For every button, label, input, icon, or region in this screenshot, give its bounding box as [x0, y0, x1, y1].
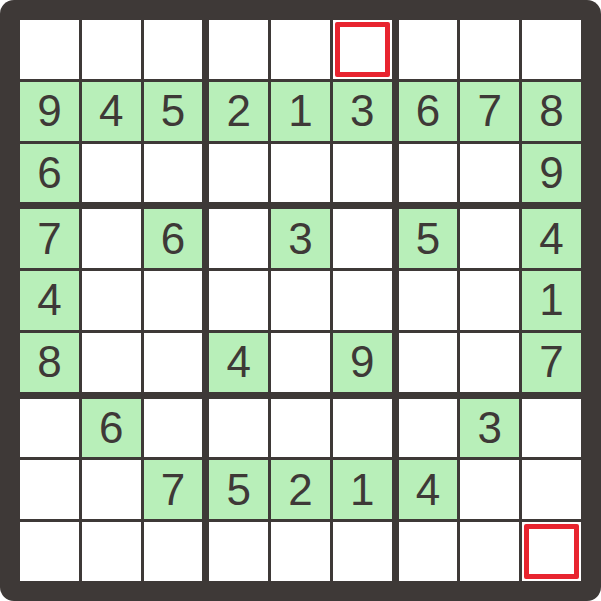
- cell-r9c7[interactable]: [399, 522, 458, 581]
- sudoku-box-4: 7648: [20, 209, 202, 391]
- sudoku-box-6: 5417: [399, 209, 581, 391]
- cell-r5c6[interactable]: [333, 271, 392, 330]
- cell-r5c5[interactable]: [271, 271, 330, 330]
- cell-r5c8[interactable]: [460, 271, 519, 330]
- cell-r6c2[interactable]: [82, 333, 141, 392]
- cell-r6c4[interactable]: 4: [209, 333, 268, 392]
- cell-r8c8[interactable]: [460, 460, 519, 519]
- cell-r3c2[interactable]: [82, 144, 141, 203]
- cell-r1c3[interactable]: [144, 20, 203, 79]
- cell-r8c4[interactable]: 5: [209, 460, 268, 519]
- cell-r5c7[interactable]: [399, 271, 458, 330]
- cell-r3c3[interactable]: [144, 144, 203, 203]
- cell-r2c9[interactable]: 8: [522, 82, 581, 141]
- cell-r1c2[interactable]: [82, 20, 141, 79]
- cell-r6c3[interactable]: [144, 333, 203, 392]
- sudoku-box-7: 67: [20, 399, 202, 581]
- cell-r8c1[interactable]: [20, 460, 79, 519]
- cell-r5c1[interactable]: 4: [20, 271, 79, 330]
- cell-r1c1[interactable]: [20, 20, 79, 79]
- cell-r3c8[interactable]: [460, 144, 519, 203]
- cell-r5c9[interactable]: 1: [522, 271, 581, 330]
- sudoku-box-9: 34: [399, 399, 581, 581]
- sudoku-box-5: 349: [209, 209, 391, 391]
- cell-r9c2[interactable]: [82, 522, 141, 581]
- cell-r2c6[interactable]: 3: [333, 82, 392, 141]
- cell-r8c2[interactable]: [82, 460, 141, 519]
- target-cell-marker: [524, 524, 579, 579]
- cell-r1c5[interactable]: [271, 20, 330, 79]
- cell-r2c5[interactable]: 1: [271, 82, 330, 141]
- cell-r3c4[interactable]: [209, 144, 268, 203]
- cell-r4c2[interactable]: [82, 209, 141, 268]
- sudoku-box-8: 521: [209, 399, 391, 581]
- cell-r1c6[interactable]: [333, 20, 392, 79]
- cell-r7c8[interactable]: 3: [460, 399, 519, 458]
- cell-r9c4[interactable]: [209, 522, 268, 581]
- cell-r7c1[interactable]: [20, 399, 79, 458]
- cell-r6c8[interactable]: [460, 333, 519, 392]
- sudoku-box-2: 213: [209, 20, 391, 202]
- cell-r2c4[interactable]: 2: [209, 82, 268, 141]
- cell-r5c3[interactable]: [144, 271, 203, 330]
- cell-r9c3[interactable]: [144, 522, 203, 581]
- cell-r4c6[interactable]: [333, 209, 392, 268]
- cell-r4c8[interactable]: [460, 209, 519, 268]
- cell-r1c8[interactable]: [460, 20, 519, 79]
- cell-r8c6[interactable]: 1: [333, 460, 392, 519]
- cell-r2c8[interactable]: 7: [460, 82, 519, 141]
- cell-r6c1[interactable]: 8: [20, 333, 79, 392]
- cell-r7c2[interactable]: 6: [82, 399, 141, 458]
- cell-r4c7[interactable]: 5: [399, 209, 458, 268]
- cell-r8c5[interactable]: 2: [271, 460, 330, 519]
- cell-r7c6[interactable]: [333, 399, 392, 458]
- cell-r4c1[interactable]: 7: [20, 209, 79, 268]
- cell-r7c7[interactable]: [399, 399, 458, 458]
- sudoku-board: 94562136789764834954176752134: [20, 20, 581, 581]
- cell-r2c7[interactable]: 6: [399, 82, 458, 141]
- cell-r7c9[interactable]: [522, 399, 581, 458]
- cell-r3c9[interactable]: 9: [522, 144, 581, 203]
- cell-r9c9[interactable]: [522, 522, 581, 581]
- cell-r3c5[interactable]: [271, 144, 330, 203]
- cell-r8c3[interactable]: 7: [144, 460, 203, 519]
- cell-r3c7[interactable]: [399, 144, 458, 203]
- cell-r2c1[interactable]: 9: [20, 82, 79, 141]
- cell-r9c5[interactable]: [271, 522, 330, 581]
- cell-r8c9[interactable]: [522, 460, 581, 519]
- target-cell-marker: [335, 22, 390, 77]
- cell-r7c5[interactable]: [271, 399, 330, 458]
- cell-r1c4[interactable]: [209, 20, 268, 79]
- sudoku-box-1: 9456: [20, 20, 202, 202]
- cell-r4c3[interactable]: 6: [144, 209, 203, 268]
- cell-r2c2[interactable]: 4: [82, 82, 141, 141]
- cell-r1c9[interactable]: [522, 20, 581, 79]
- cell-r9c8[interactable]: [460, 522, 519, 581]
- cell-r9c1[interactable]: [20, 522, 79, 581]
- cell-r3c6[interactable]: [333, 144, 392, 203]
- cell-r4c9[interactable]: 4: [522, 209, 581, 268]
- cell-r6c7[interactable]: [399, 333, 458, 392]
- cell-r6c5[interactable]: [271, 333, 330, 392]
- cell-r5c4[interactable]: [209, 271, 268, 330]
- cell-r8c7[interactable]: 4: [399, 460, 458, 519]
- cell-r6c6[interactable]: 9: [333, 333, 392, 392]
- cell-r7c3[interactable]: [144, 399, 203, 458]
- cell-r9c6[interactable]: [333, 522, 392, 581]
- cell-r2c3[interactable]: 5: [144, 82, 203, 141]
- cell-r4c5[interactable]: 3: [271, 209, 330, 268]
- cell-r3c1[interactable]: 6: [20, 144, 79, 203]
- cell-r4c4[interactable]: [209, 209, 268, 268]
- cell-r5c2[interactable]: [82, 271, 141, 330]
- cell-r1c7[interactable]: [399, 20, 458, 79]
- cell-r6c9[interactable]: 7: [522, 333, 581, 392]
- sudoku-box-3: 6789: [399, 20, 581, 202]
- cell-r7c4[interactable]: [209, 399, 268, 458]
- sudoku-board-frame: 94562136789764834954176752134: [0, 0, 601, 601]
